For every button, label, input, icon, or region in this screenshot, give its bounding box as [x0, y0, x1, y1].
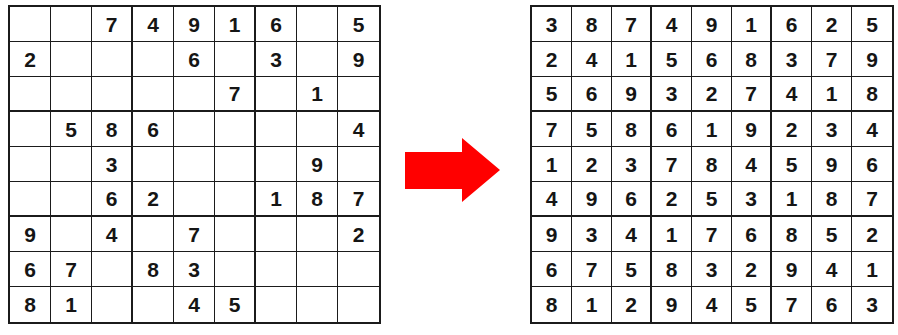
puzzle-cell-r3c7	[256, 77, 297, 112]
solution-cell-r7c2: 3	[572, 217, 612, 252]
puzzle-cell-r1c4: 4	[133, 7, 174, 42]
solution-cell-r5c6: 4	[732, 147, 772, 182]
solution-cell-r2c9: 9	[852, 42, 892, 77]
solution-cell-r4c6: 9	[732, 112, 772, 147]
puzzle-cell-r3c5	[174, 77, 215, 112]
solution-cell-r6c7: 1	[772, 182, 812, 217]
solution-cell-r1c8: 2	[812, 7, 852, 42]
solution-cell-r4c7: 2	[772, 112, 812, 147]
solution-cell-r2c6: 8	[732, 42, 772, 77]
puzzle-cell-r6c2	[51, 182, 92, 217]
solution-cell-r7c9: 2	[852, 217, 892, 252]
solution-cell-r8c8: 4	[812, 252, 852, 287]
puzzle-cell-r3c3	[92, 77, 133, 112]
solution-cell-r7c3: 4	[612, 217, 652, 252]
solution-cell-r8c2: 7	[572, 252, 612, 287]
puzzle-cell-r1c7: 6	[256, 7, 297, 42]
puzzle-cell-r1c2	[51, 7, 92, 42]
puzzle-cell-r4c1	[10, 112, 51, 147]
puzzle-cell-r6c7: 1	[256, 182, 297, 217]
solution-cell-r3c2: 6	[572, 77, 612, 112]
puzzle-cell-r7c8	[297, 217, 338, 252]
solution-cell-r9c1: 8	[532, 287, 572, 322]
puzzle-cell-r8c9	[338, 252, 379, 287]
puzzle-cell-r1c6: 1	[215, 7, 256, 42]
solution-cell-r4c2: 5	[572, 112, 612, 147]
solution-cell-r9c9: 3	[852, 287, 892, 322]
puzzle-cell-r5c3: 3	[92, 147, 133, 182]
solution-cell-r3c9: 8	[852, 77, 892, 112]
puzzle-cell-r9c6: 5	[215, 287, 256, 322]
solution-cell-r6c2: 9	[572, 182, 612, 217]
solution-cell-r4c5: 1	[692, 112, 732, 147]
puzzle-cell-r9c1: 8	[10, 287, 51, 322]
solution-cell-r6c3: 6	[612, 182, 652, 217]
solution-cell-r8c3: 5	[612, 252, 652, 287]
puzzle-cell-r8c3	[92, 252, 133, 287]
puzzle-cell-r8c1: 6	[10, 252, 51, 287]
puzzle-cell-r4c7	[256, 112, 297, 147]
puzzle-cell-r6c5	[174, 182, 215, 217]
solution-cell-r9c5: 4	[692, 287, 732, 322]
solution-cell-r6c4: 2	[652, 182, 692, 217]
puzzle-cell-r5c7	[256, 147, 297, 182]
puzzle-cell-r4c9: 4	[338, 112, 379, 147]
solution-cell-r6c5: 5	[692, 182, 732, 217]
puzzle-cell-r1c3: 7	[92, 7, 133, 42]
solution-cell-r5c7: 5	[772, 147, 812, 182]
puzzle-cell-r4c3: 8	[92, 112, 133, 147]
solution-cell-r3c4: 3	[652, 77, 692, 112]
puzzle-cell-r7c9: 2	[338, 217, 379, 252]
solution-cell-r5c1: 1	[532, 147, 572, 182]
solution-cell-r8c5: 3	[692, 252, 732, 287]
puzzle-cell-r1c1	[10, 7, 51, 42]
puzzle-cell-r3c6: 7	[215, 77, 256, 112]
puzzle-cell-r3c4	[133, 77, 174, 112]
solution-cell-r4c3: 8	[612, 112, 652, 147]
solution-cell-r6c1: 4	[532, 182, 572, 217]
puzzle-cell-r1c9: 5	[338, 7, 379, 42]
solution-cell-r5c3: 3	[612, 147, 652, 182]
puzzle-cell-r4c2: 5	[51, 112, 92, 147]
solution-cell-r9c4: 9	[652, 287, 692, 322]
puzzle-cell-r7c1: 9	[10, 217, 51, 252]
puzzle-cell-r9c9	[338, 287, 379, 322]
puzzle-cell-r5c4	[133, 147, 174, 182]
solution-cell-r8c7: 9	[772, 252, 812, 287]
solution-cell-r8c6: 2	[732, 252, 772, 287]
solution-cell-r7c1: 9	[532, 217, 572, 252]
puzzle-cell-r9c4	[133, 287, 174, 322]
solution-cell-r9c2: 1	[572, 287, 612, 322]
solution-cell-r4c8: 3	[812, 112, 852, 147]
solution-cell-r1c6: 1	[732, 7, 772, 42]
puzzle-cell-r5c1	[10, 147, 51, 182]
puzzle-cell-r6c1	[10, 182, 51, 217]
solution-cell-r9c7: 7	[772, 287, 812, 322]
solution-cell-r9c6: 5	[732, 287, 772, 322]
puzzle-cell-r2c1: 2	[10, 42, 51, 77]
solution-cell-r5c5: 8	[692, 147, 732, 182]
puzzle-cell-r8c5: 3	[174, 252, 215, 287]
solution-cell-r5c2: 2	[572, 147, 612, 182]
puzzle-cell-r8c6	[215, 252, 256, 287]
puzzle-cell-r4c6	[215, 112, 256, 147]
puzzle-cell-r3c8: 1	[297, 77, 338, 112]
puzzle-cell-r5c6	[215, 147, 256, 182]
puzzle-cell-r7c4	[133, 217, 174, 252]
puzzle-cell-r5c5	[174, 147, 215, 182]
solution-cell-r2c3: 1	[612, 42, 652, 77]
puzzle-cell-r2c6	[215, 42, 256, 77]
solution-cell-r6c6: 3	[732, 182, 772, 217]
solution-cell-r8c9: 1	[852, 252, 892, 287]
solution-cell-r5c4: 7	[652, 147, 692, 182]
puzzle-cell-r9c2: 1	[51, 287, 92, 322]
solution-cell-r3c8: 1	[812, 77, 852, 112]
solution-cell-r1c5: 9	[692, 7, 732, 42]
puzzle-cell-r2c9: 9	[338, 42, 379, 77]
puzzle-cell-r5c9	[338, 147, 379, 182]
solution-cell-r1c1: 3	[532, 7, 572, 42]
puzzle-cell-r5c8: 9	[297, 147, 338, 182]
solution-cell-r4c1: 7	[532, 112, 572, 147]
solution-cell-r1c2: 8	[572, 7, 612, 42]
puzzle-cell-r4c8	[297, 112, 338, 147]
solution-cell-r3c5: 2	[692, 77, 732, 112]
puzzle-cell-r4c5	[174, 112, 215, 147]
solution-cell-r7c8: 5	[812, 217, 852, 252]
puzzle-cell-r3c2	[51, 77, 92, 112]
puzzle-cell-r9c8	[297, 287, 338, 322]
solution-cell-r7c5: 7	[692, 217, 732, 252]
arrow-head	[462, 138, 500, 202]
puzzle-cell-r9c7	[256, 287, 297, 322]
puzzle-cell-r6c8: 8	[297, 182, 338, 217]
solution-cell-r5c8: 9	[812, 147, 852, 182]
solution-cell-r2c7: 3	[772, 42, 812, 77]
puzzle-cell-r7c6	[215, 217, 256, 252]
puzzle-cell-r6c9: 7	[338, 182, 379, 217]
puzzle-cell-r7c7	[256, 217, 297, 252]
right-block-arrow-icon	[405, 138, 500, 202]
solution-cell-r2c8: 7	[812, 42, 852, 77]
solution-cell-r9c8: 6	[812, 287, 852, 322]
solution-cell-r4c4: 6	[652, 112, 692, 147]
puzzle-grid: 74916526397158643962187947267838145	[8, 5, 381, 324]
solution-cell-r3c6: 7	[732, 77, 772, 112]
puzzle-cell-r1c5: 9	[174, 7, 215, 42]
solution-cell-r2c5: 6	[692, 42, 732, 77]
solution-cell-r7c7: 8	[772, 217, 812, 252]
solution-cell-r3c3: 9	[612, 77, 652, 112]
puzzle-cell-r3c1	[10, 77, 51, 112]
solution-cell-r3c7: 4	[772, 77, 812, 112]
puzzle-cell-r6c4: 2	[133, 182, 174, 217]
solution-cell-r6c8: 8	[812, 182, 852, 217]
puzzle-cell-r2c8	[297, 42, 338, 77]
solution-cell-r7c4: 1	[652, 217, 692, 252]
solution-cell-r3c1: 5	[532, 77, 572, 112]
puzzle-cell-r6c3: 6	[92, 182, 133, 217]
puzzle-cell-r9c3	[92, 287, 133, 322]
solution-cell-r5c9: 6	[852, 147, 892, 182]
solution-cell-r1c9: 5	[852, 7, 892, 42]
solution-cell-r6c9: 7	[852, 182, 892, 217]
puzzle-cell-r7c2	[51, 217, 92, 252]
puzzle-cell-r2c2	[51, 42, 92, 77]
puzzle-cell-r8c8	[297, 252, 338, 287]
solution-cell-r4c9: 4	[852, 112, 892, 147]
puzzle-cell-r5c2	[51, 147, 92, 182]
puzzle-cell-r8c2: 7	[51, 252, 92, 287]
solution-cell-r1c7: 6	[772, 7, 812, 42]
puzzle-cell-r7c3: 4	[92, 217, 133, 252]
solution-cell-r1c3: 7	[612, 7, 652, 42]
puzzle-cell-r7c5: 7	[174, 217, 215, 252]
solution-cell-r8c4: 8	[652, 252, 692, 287]
solution-grid: 3874916252415683795693274187586192341237…	[530, 5, 894, 324]
puzzle-cell-r4c4: 6	[133, 112, 174, 147]
puzzle-cell-r3c9	[338, 77, 379, 112]
solution-cell-r9c3: 2	[612, 287, 652, 322]
puzzle-cell-r1c8	[297, 7, 338, 42]
solution-cell-r8c1: 6	[532, 252, 572, 287]
puzzle-cell-r2c5: 6	[174, 42, 215, 77]
solution-cell-r2c2: 4	[572, 42, 612, 77]
puzzle-cell-r8c7	[256, 252, 297, 287]
solution-cell-r2c4: 5	[652, 42, 692, 77]
puzzle-cell-r2c4	[133, 42, 174, 77]
solution-cell-r1c4: 4	[652, 7, 692, 42]
solution-cell-r2c1: 2	[532, 42, 572, 77]
puzzle-cell-r2c7: 3	[256, 42, 297, 77]
puzzle-cell-r6c6	[215, 182, 256, 217]
arrow-shaft	[405, 152, 462, 189]
solution-cell-r7c6: 6	[732, 217, 772, 252]
puzzle-cell-r2c3	[92, 42, 133, 77]
puzzle-cell-r9c5: 4	[174, 287, 215, 322]
puzzle-cell-r8c4: 8	[133, 252, 174, 287]
